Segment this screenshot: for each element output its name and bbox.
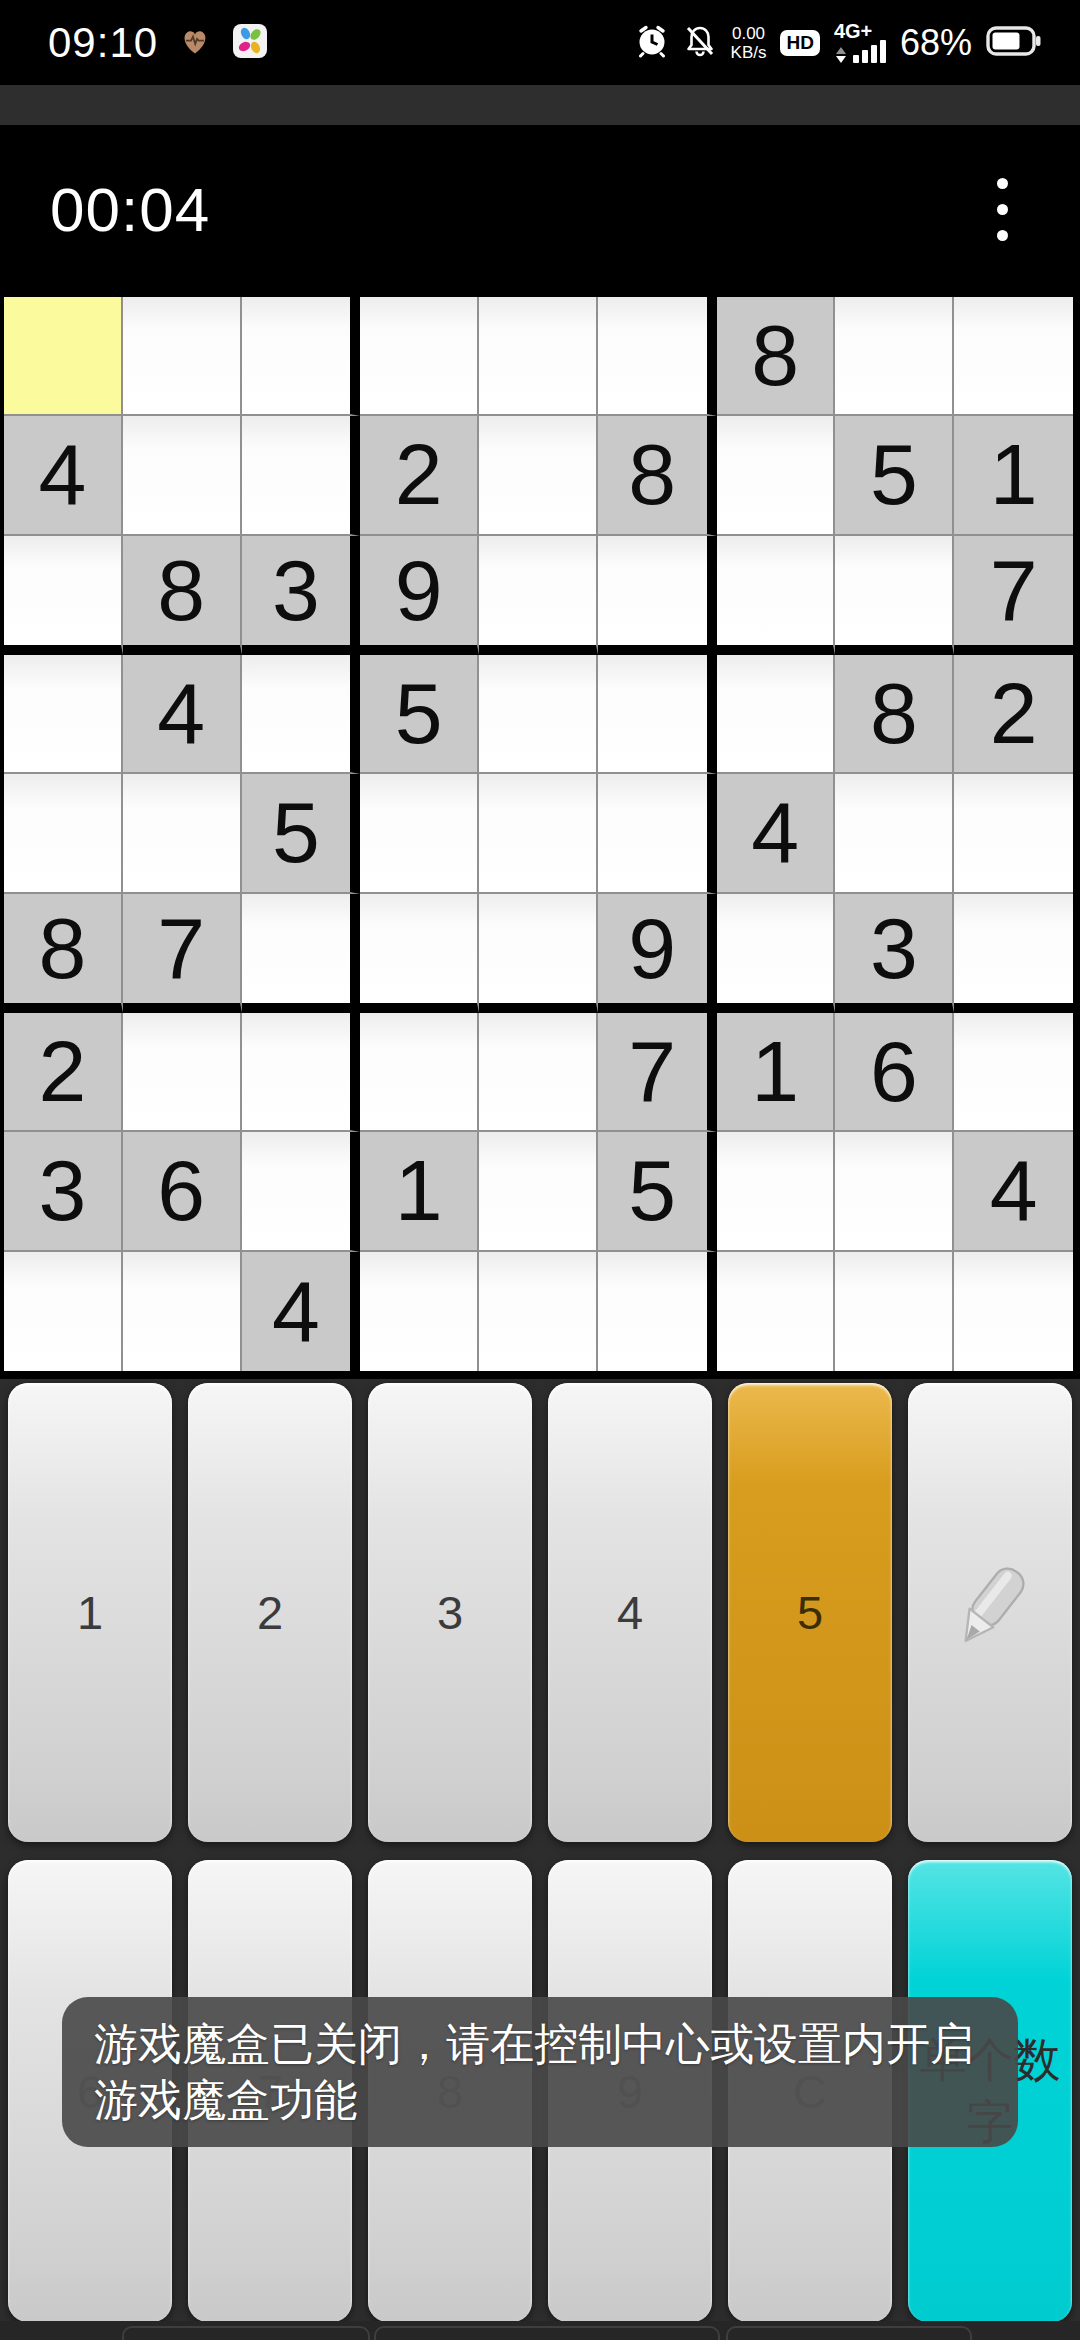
cell-r7c5[interactable] (479, 1013, 598, 1132)
key-5-active[interactable]: 5 (728, 1383, 892, 1842)
cell-r5c2[interactable] (123, 774, 242, 893)
status-bar: 09:10 (0, 0, 1080, 85)
cell-r1c3[interactable] (242, 297, 361, 416)
cell-r7c8[interactable]: 6 (835, 1013, 954, 1132)
cell-r6c2[interactable]: 7 (123, 894, 242, 1013)
cell-r2c7[interactable] (717, 416, 836, 535)
cell-r3c4[interactable]: 9 (360, 536, 479, 655)
cell-r2c9[interactable]: 1 (954, 416, 1073, 535)
cell-r9c3[interactable]: 4 (242, 1252, 361, 1371)
cell-r6c4[interactable] (360, 894, 479, 1013)
cell-r3c3[interactable]: 3 (242, 536, 361, 655)
cell-r2c5[interactable] (479, 416, 598, 535)
sudoku-board: 842851839745825487932716361544 (0, 293, 1080, 1379)
cell-r7c7[interactable]: 1 (717, 1013, 836, 1132)
cell-r9c8[interactable] (835, 1252, 954, 1371)
keypad-row-1: 1 2 3 4 5 (0, 1383, 1080, 1842)
cell-r9c6[interactable] (598, 1252, 717, 1371)
nav-hint-center[interactable] (374, 2326, 720, 2340)
cell-r6c1[interactable]: 8 (4, 894, 123, 1013)
cell-r1c5[interactable] (479, 297, 598, 416)
cell-r4c3[interactable] (242, 655, 361, 774)
cell-r3c2[interactable]: 8 (123, 536, 242, 655)
pencil-icon (932, 1549, 1048, 1676)
cell-r6c6[interactable]: 9 (598, 894, 717, 1013)
cell-r5c7[interactable]: 4 (717, 774, 836, 893)
cell-r4c9[interactable]: 2 (954, 655, 1073, 774)
cell-r1c7[interactable]: 8 (717, 297, 836, 416)
cell-r2c6[interactable]: 8 (598, 416, 717, 535)
cell-r9c5[interactable] (479, 1252, 598, 1371)
dimmed-strip (0, 85, 1080, 125)
cell-r2c2[interactable] (123, 416, 242, 535)
cell-r1c6[interactable] (598, 297, 717, 416)
battery-percent: 68% (900, 22, 972, 64)
keypad: 1 2 3 4 5 6 7 (0, 1379, 1080, 2340)
cell-r6c5[interactable] (479, 894, 598, 1013)
network-speed: 0.00 KB/s (731, 24, 767, 62)
system-toast: 游戏魔盒已关闭，请在控制中心或设置内开启游戏魔盒功能 (62, 1997, 1018, 2147)
overflow-menu-icon[interactable] (987, 168, 1018, 251)
cell-r3c8[interactable] (835, 536, 954, 655)
cell-r8c2[interactable]: 6 (123, 1132, 242, 1251)
cell-r9c7[interactable] (717, 1252, 836, 1371)
cell-r7c4[interactable] (360, 1013, 479, 1132)
cell-r1c2[interactable] (123, 297, 242, 416)
cell-r8c4[interactable]: 1 (360, 1132, 479, 1251)
cell-r5c4[interactable] (360, 774, 479, 893)
cell-r7c1[interactable]: 2 (4, 1013, 123, 1132)
cell-r2c4[interactable]: 2 (360, 416, 479, 535)
cell-r4c5[interactable] (479, 655, 598, 774)
cell-r8c5[interactable] (479, 1132, 598, 1251)
cell-r3c5[interactable] (479, 536, 598, 655)
key-1[interactable]: 1 (8, 1383, 172, 1842)
cell-r8c8[interactable] (835, 1132, 954, 1251)
cell-r3c6[interactable] (598, 536, 717, 655)
cell-r4c4[interactable]: 5 (360, 655, 479, 774)
nav-hint-right[interactable] (726, 2326, 972, 2340)
cell-r2c8[interactable]: 5 (835, 416, 954, 535)
cell-r4c1[interactable] (4, 655, 123, 774)
pencil-button[interactable] (908, 1383, 1072, 1842)
cell-r5c9[interactable] (954, 774, 1073, 893)
cell-r8c1[interactable]: 3 (4, 1132, 123, 1251)
cell-r2c1[interactable]: 4 (4, 416, 123, 535)
cell-r6c9[interactable] (954, 894, 1073, 1013)
battery-icon (986, 25, 1042, 61)
hd-badge: HD (780, 30, 819, 56)
cell-r4c8[interactable]: 8 (835, 655, 954, 774)
cell-r6c7[interactable] (717, 894, 836, 1013)
cell-r5c1[interactable] (4, 774, 123, 893)
phone-screen: 09:10 (0, 0, 1080, 2340)
app-notification-icon (232, 23, 268, 63)
cell-r8c6[interactable]: 5 (598, 1132, 717, 1251)
cell-r2c3[interactable] (242, 416, 361, 535)
cell-r3c7[interactable] (717, 536, 836, 655)
cell-r7c3[interactable] (242, 1013, 361, 1132)
signal-indicator: 4G+ (834, 21, 886, 65)
cell-r1c4[interactable] (360, 297, 479, 416)
cell-r3c9[interactable]: 7 (954, 536, 1073, 655)
cell-r9c1[interactable] (4, 1252, 123, 1371)
cell-r5c3[interactable]: 5 (242, 774, 361, 893)
cell-r8c7[interactable] (717, 1132, 836, 1251)
cell-r9c9[interactable] (954, 1252, 1073, 1371)
cell-r1c9[interactable] (954, 297, 1073, 416)
cell-r9c4[interactable] (360, 1252, 479, 1371)
cell-r4c7[interactable] (717, 655, 836, 774)
health-heart-icon (178, 24, 212, 62)
mute-bell-icon (683, 24, 717, 62)
cell-r6c3[interactable] (242, 894, 361, 1013)
cell-r3c1[interactable] (4, 536, 123, 655)
key-3[interactable]: 3 (368, 1383, 532, 1842)
cell-r1c1[interactable] (4, 297, 123, 416)
game-timer: 00:04 (50, 174, 210, 245)
alarm-icon (635, 24, 669, 62)
cell-r8c3[interactable] (242, 1132, 361, 1251)
navigation-bar (0, 2321, 1080, 2340)
cell-r8c9[interactable]: 4 (954, 1132, 1073, 1251)
cell-r6c8[interactable]: 3 (835, 894, 954, 1013)
cell-r4c2[interactable]: 4 (123, 655, 242, 774)
key-4[interactable]: 4 (548, 1383, 712, 1842)
cell-r1c8[interactable] (835, 297, 954, 416)
cell-r5c6[interactable] (598, 774, 717, 893)
cell-r7c2[interactable] (123, 1013, 242, 1132)
cell-r7c9[interactable] (954, 1013, 1073, 1132)
nav-hint-left[interactable] (122, 2326, 370, 2340)
cell-r7c6[interactable]: 7 (598, 1013, 717, 1132)
cell-r5c8[interactable] (835, 774, 954, 893)
cell-r5c5[interactable] (479, 774, 598, 893)
key-2[interactable]: 2 (188, 1383, 352, 1842)
cell-r4c6[interactable] (598, 655, 717, 774)
cell-r9c2[interactable] (123, 1252, 242, 1371)
app-bar: 00:04 (0, 125, 1080, 293)
clock-time: 09:10 (48, 19, 158, 67)
